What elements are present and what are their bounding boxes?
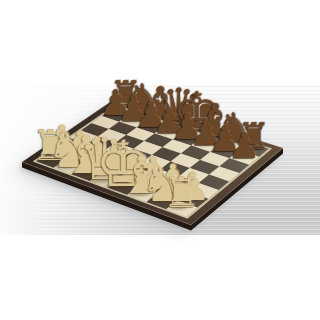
chess-board [0, 0, 320, 320]
chess-set-photo: ♜♞♝♛♚♝♞♜♟♟♟♟♟♟♟♟♟♟♟♟♟♟♟♟♜♞♝♛♚♝♞♜ [0, 0, 320, 320]
sheen-overlay [36, 102, 268, 217]
board-sheen [36, 102, 268, 217]
